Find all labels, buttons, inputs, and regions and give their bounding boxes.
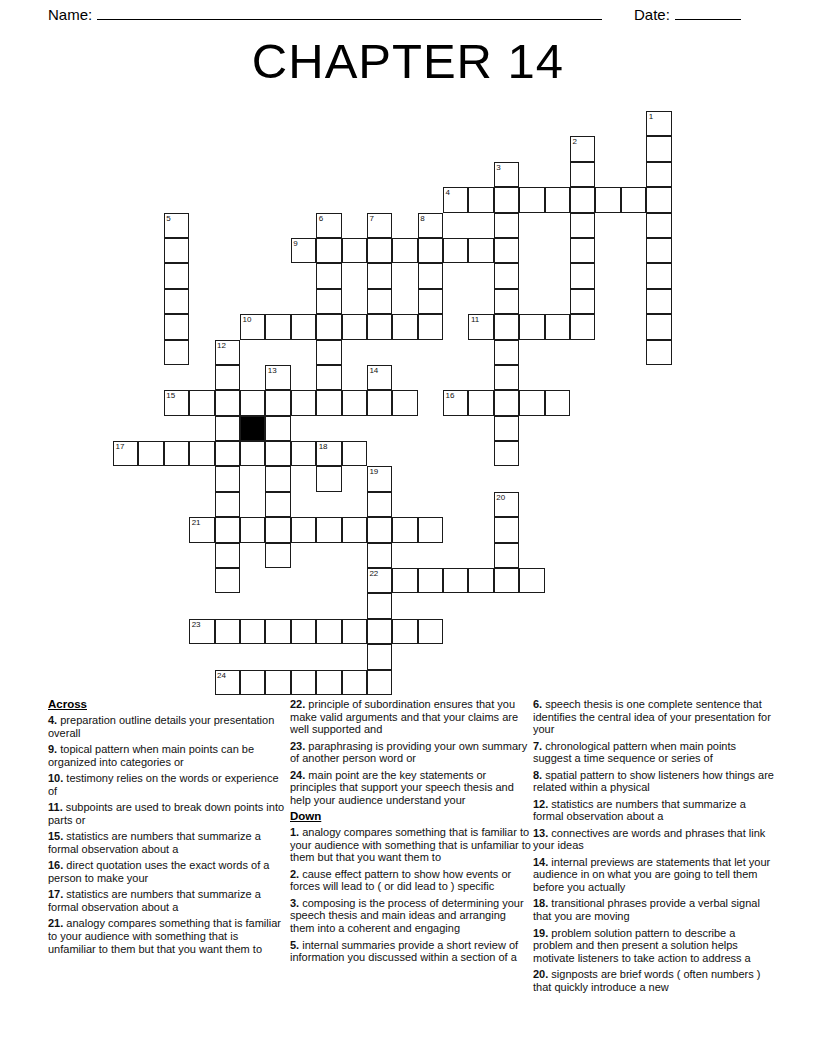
grid-cell[interactable]	[392, 314, 417, 339]
clue-column-3: 6. speech thesis is one complete sentenc…	[533, 698, 776, 997]
grid-cell[interactable]	[342, 670, 367, 695]
grid-cell[interactable]	[570, 314, 595, 339]
grid-cell[interactable]	[519, 187, 544, 212]
grid-cell-black	[240, 416, 265, 441]
cell-number: 23	[192, 620, 201, 629]
grid-cell[interactable]: 5	[164, 213, 189, 238]
down-clue-2: 2. cause effect pattern to show how even…	[290, 868, 533, 893]
grid-cell[interactable]: 9	[291, 238, 316, 263]
grid-cell[interactable]	[240, 441, 265, 466]
grid-cell[interactable]	[164, 263, 189, 288]
grid-cell[interactable]	[316, 263, 341, 288]
grid-cell[interactable]	[215, 543, 240, 568]
grid-cell[interactable]	[342, 619, 367, 644]
grid-cell[interactable]	[164, 314, 189, 339]
grid-cell[interactable]	[138, 441, 163, 466]
grid-cell[interactable]: 17	[113, 441, 138, 466]
down-clue-6: 6. speech thesis is one complete sentenc…	[533, 698, 776, 736]
grid-cell[interactable]	[367, 543, 392, 568]
grid-cell[interactable]	[468, 568, 493, 593]
grid-cell[interactable]: 18	[316, 441, 341, 466]
grid-cell[interactable]	[215, 365, 240, 390]
grid-cell[interactable]	[367, 390, 392, 415]
grid-cell[interactable]	[265, 619, 290, 644]
grid-cell[interactable]	[545, 314, 570, 339]
grid-cell[interactable]: 14	[367, 365, 392, 390]
clue-column-1: Across4. preparation outline details you…	[48, 698, 286, 959]
grid-cell[interactable]	[316, 390, 341, 415]
grid-cell[interactable]	[291, 517, 316, 542]
grid-cell[interactable]	[316, 238, 341, 263]
grid-cell[interactable]	[367, 289, 392, 314]
grid-cell[interactable]: 11	[468, 314, 493, 339]
crossword-grid: 123456789101112131415161718192021222324	[113, 111, 672, 695]
grid-cell[interactable]: 20	[494, 492, 519, 517]
cell-number: 2	[573, 137, 577, 146]
grid-cell[interactable]: 16	[443, 390, 468, 415]
grid-cell[interactable]	[291, 670, 316, 695]
grid-cell[interactable]	[646, 238, 671, 263]
grid-cell[interactable]	[265, 466, 290, 491]
grid-cell[interactable]	[570, 263, 595, 288]
grid-cell[interactable]	[494, 263, 519, 288]
grid-cell[interactable]	[265, 441, 290, 466]
grid-cell[interactable]	[265, 492, 290, 517]
cell-number: 7	[369, 214, 373, 223]
grid-cell[interactable]	[418, 517, 443, 542]
across-clue-16: 16. direct quotation uses the exact word…	[48, 859, 286, 884]
grid-cell[interactable]	[494, 390, 519, 415]
grid-cell[interactable]	[468, 390, 493, 415]
grid-cell[interactable]	[595, 187, 620, 212]
down-clue-3: 3. composing is the process of determini…	[290, 897, 533, 935]
grid-cell[interactable]	[443, 238, 468, 263]
down-clue-12: 12. statistics are numbers that summariz…	[533, 798, 776, 823]
across-clue-17: 17. statistics are numbers that summariz…	[48, 888, 286, 913]
grid-cell[interactable]	[291, 619, 316, 644]
grid-cell[interactable]	[519, 390, 544, 415]
grid-cell[interactable]	[646, 187, 671, 212]
grid-cell[interactable]	[342, 441, 367, 466]
grid-cell[interactable]	[215, 492, 240, 517]
cell-number: 3	[496, 163, 500, 172]
grid-cell[interactable]	[494, 340, 519, 365]
cell-number: 17	[116, 442, 125, 451]
cell-number: 8	[420, 214, 424, 223]
grid-cell[interactable]	[646, 136, 671, 161]
grid-cell[interactable]	[367, 492, 392, 517]
cell-number: 21	[192, 518, 201, 527]
cell-number: 24	[217, 671, 226, 680]
grid-cell[interactable]	[240, 670, 265, 695]
down-clue-14: 14. internal previews are statements tha…	[533, 856, 776, 894]
grid-cell[interactable]	[519, 568, 544, 593]
grid-cell[interactable]: 3	[494, 162, 519, 187]
grid-cell[interactable]	[215, 416, 240, 441]
grid-cell[interactable]	[265, 416, 290, 441]
down-clue-1: 1. analogy compares something that is fa…	[290, 826, 533, 864]
grid-cell[interactable]	[215, 619, 240, 644]
grid-cell[interactable]	[367, 619, 392, 644]
down-clue-19: 19. problem solution pattern to describe…	[533, 927, 776, 965]
cell-number: 4	[446, 188, 450, 197]
grid-cell[interactable]	[164, 238, 189, 263]
grid-cell[interactable]	[392, 517, 417, 542]
grid-cell[interactable]	[342, 390, 367, 415]
cell-number: 9	[293, 239, 297, 248]
grid-cell[interactable]	[418, 263, 443, 288]
grid-cell[interactable]	[342, 238, 367, 263]
grid-cell[interactable]	[316, 466, 341, 491]
down-clue-5: 5. internal summaries provide a short re…	[290, 939, 533, 964]
grid-cell[interactable]	[519, 314, 544, 339]
across-clue-22: 22. principle of subordination ensures t…	[290, 698, 533, 736]
grid-cell[interactable]	[215, 441, 240, 466]
grid-cell[interactable]	[316, 314, 341, 339]
grid-cell[interactable]	[570, 162, 595, 187]
grid-cell[interactable]	[646, 340, 671, 365]
grid-cell[interactable]	[646, 162, 671, 187]
grid-cell[interactable]	[164, 289, 189, 314]
grid-cell[interactable]	[494, 213, 519, 238]
grid-cell[interactable]	[265, 390, 290, 415]
cell-number: 6	[319, 214, 323, 223]
grid-cell[interactable]: 7	[367, 213, 392, 238]
grid-cell[interactable]	[646, 263, 671, 288]
grid-cell[interactable]	[367, 517, 392, 542]
grid-cell[interactable]: 10	[240, 314, 265, 339]
down-clue-13: 13. connectives are words and phrases th…	[533, 827, 776, 852]
grid-cell[interactable]	[342, 314, 367, 339]
grid-cell[interactable]	[418, 314, 443, 339]
grid-cell[interactable]	[240, 517, 265, 542]
grid-cell[interactable]: 12	[215, 340, 240, 365]
grid-cell[interactable]	[494, 289, 519, 314]
grid-cell[interactable]	[494, 441, 519, 466]
clues-across-header: Across	[48, 698, 286, 710]
grid-cell[interactable]	[418, 238, 443, 263]
grid-cell[interactable]: 13	[265, 365, 290, 390]
grid-cell[interactable]	[215, 517, 240, 542]
grid-cell[interactable]	[468, 238, 493, 263]
grid-cell[interactable]	[367, 263, 392, 288]
grid-cell[interactable]: 15	[164, 390, 189, 415]
down-clue-8: 8. spatial pattern to show listeners how…	[533, 769, 776, 794]
grid-cell[interactable]	[342, 517, 367, 542]
grid-cell[interactable]	[215, 568, 240, 593]
grid-cell[interactable]	[189, 441, 214, 466]
grid-cell[interactable]	[367, 314, 392, 339]
grid-cell[interactable]	[316, 619, 341, 644]
grid-cell[interactable]	[570, 238, 595, 263]
grid-cell[interactable]	[392, 238, 417, 263]
grid-cell[interactable]	[189, 390, 214, 415]
grid-cell[interactable]	[164, 340, 189, 365]
down-clue-7: 7. chronological pattern when main point…	[533, 740, 776, 765]
down-clue-18: 18. transitional phrases provide a verba…	[533, 897, 776, 922]
grid-cell[interactable]	[316, 340, 341, 365]
across-clue-24: 24. main point are the key statements or…	[290, 769, 533, 807]
grid-cell[interactable]	[316, 289, 341, 314]
name-field: Name:	[48, 6, 602, 23]
cell-number: 11	[471, 315, 479, 324]
cell-number: 22	[369, 569, 378, 578]
grid-cell[interactable]	[240, 390, 265, 415]
grid-cell[interactable]: 23	[189, 619, 214, 644]
grid-cell[interactable]	[545, 187, 570, 212]
grid-cell[interactable]: 8	[418, 213, 443, 238]
cell-number: 5	[166, 214, 170, 223]
grid-cell[interactable]	[367, 593, 392, 618]
date-blank-line	[675, 6, 741, 20]
grid-cell[interactable]	[367, 670, 392, 695]
across-clue-4: 4. preparation outline details your pres…	[48, 714, 286, 739]
name-blank-line	[97, 6, 602, 20]
grid-cell[interactable]	[291, 441, 316, 466]
grid-cell[interactable]	[545, 390, 570, 415]
grid-cell[interactable]	[418, 289, 443, 314]
grid-cell[interactable]	[570, 187, 595, 212]
grid-cell[interactable]: 19	[367, 466, 392, 491]
across-clue-10: 10. testimony relies on the words or exp…	[48, 772, 286, 797]
grid-cell[interactable]	[240, 619, 265, 644]
cell-number: 14	[369, 366, 378, 375]
across-clue-15: 15. statistics are numbers that summariz…	[48, 830, 286, 855]
cell-number: 13	[268, 366, 277, 375]
grid-cell[interactable]	[215, 466, 240, 491]
grid-cell[interactable]	[494, 314, 519, 339]
grid-cell[interactable]: 22	[367, 568, 392, 593]
grid-cell[interactable]	[570, 213, 595, 238]
grid-cell[interactable]	[291, 390, 316, 415]
date-label: Date:	[634, 6, 670, 23]
grid-cell[interactable]	[621, 187, 646, 212]
grid-cell[interactable]: 1	[646, 111, 671, 136]
across-clue-11: 11. subpoints are used to break down poi…	[48, 801, 286, 826]
grid-cell[interactable]	[494, 517, 519, 542]
cell-number: 20	[496, 493, 505, 502]
name-label: Name:	[48, 6, 92, 23]
grid-cell[interactable]	[646, 314, 671, 339]
grid-cell[interactable]	[468, 187, 493, 212]
grid-cell[interactable]	[646, 289, 671, 314]
grid-cell[interactable]	[392, 619, 417, 644]
grid-cell[interactable]	[316, 517, 341, 542]
grid-cell[interactable]	[494, 238, 519, 263]
grid-cell[interactable]	[215, 390, 240, 415]
across-clue-9: 9. topical pattern when main points can …	[48, 743, 286, 768]
clue-column-2: 22. principle of subordination ensures t…	[290, 698, 533, 968]
down-clue-20: 20. signposts are brief words ( often nu…	[533, 968, 776, 993]
grid-cell[interactable]	[265, 670, 290, 695]
grid-cell[interactable]	[494, 543, 519, 568]
cell-number: 1	[649, 112, 653, 121]
grid-cell[interactable]	[570, 289, 595, 314]
grid-cell[interactable]: 2	[570, 136, 595, 161]
grid-cell[interactable]	[494, 187, 519, 212]
cell-number: 12	[217, 341, 226, 350]
grid-cell[interactable]	[494, 365, 519, 390]
puzzle-title: CHAPTER 14	[0, 33, 816, 89]
grid-cell[interactable]	[265, 517, 290, 542]
across-clue-21: 21. analogy compares something that is f…	[48, 917, 286, 955]
cell-number: 15	[166, 391, 175, 400]
cell-number: 16	[446, 391, 455, 400]
grid-cell[interactable]	[367, 238, 392, 263]
grid-cell[interactable]	[367, 644, 392, 669]
grid-cell[interactable]: 21	[189, 517, 214, 542]
cell-number: 10	[242, 315, 251, 324]
grid-cell[interactable]	[316, 365, 341, 390]
grid-cell[interactable]: 24	[215, 670, 240, 695]
worksheet-page: Name: Date: CHAPTER 14 12345678910111213…	[0, 0, 816, 1056]
grid-cell[interactable]	[418, 568, 443, 593]
grid-cell[interactable]	[316, 670, 341, 695]
grid-cell[interactable]	[392, 568, 417, 593]
cell-number: 19	[369, 467, 378, 476]
grid-cell[interactable]: 4	[443, 187, 468, 212]
date-field: Date:	[634, 6, 741, 23]
cell-number: 18	[319, 442, 328, 451]
grid-cell[interactable]	[418, 619, 443, 644]
grid-cell[interactable]	[291, 314, 316, 339]
grid-cell[interactable]	[392, 390, 417, 415]
grid-cell[interactable]: 6	[316, 213, 341, 238]
across-clue-23: 23. paraphrasing is providing your own s…	[290, 740, 533, 765]
grid-cell[interactable]	[494, 416, 519, 441]
grid-cell[interactable]	[646, 213, 671, 238]
clues-down-header: Down	[290, 810, 533, 822]
grid-cell[interactable]	[494, 568, 519, 593]
grid-cell[interactable]	[265, 543, 290, 568]
grid-cell[interactable]	[265, 314, 290, 339]
grid-cell[interactable]	[443, 568, 468, 593]
grid-cell[interactable]	[164, 441, 189, 466]
